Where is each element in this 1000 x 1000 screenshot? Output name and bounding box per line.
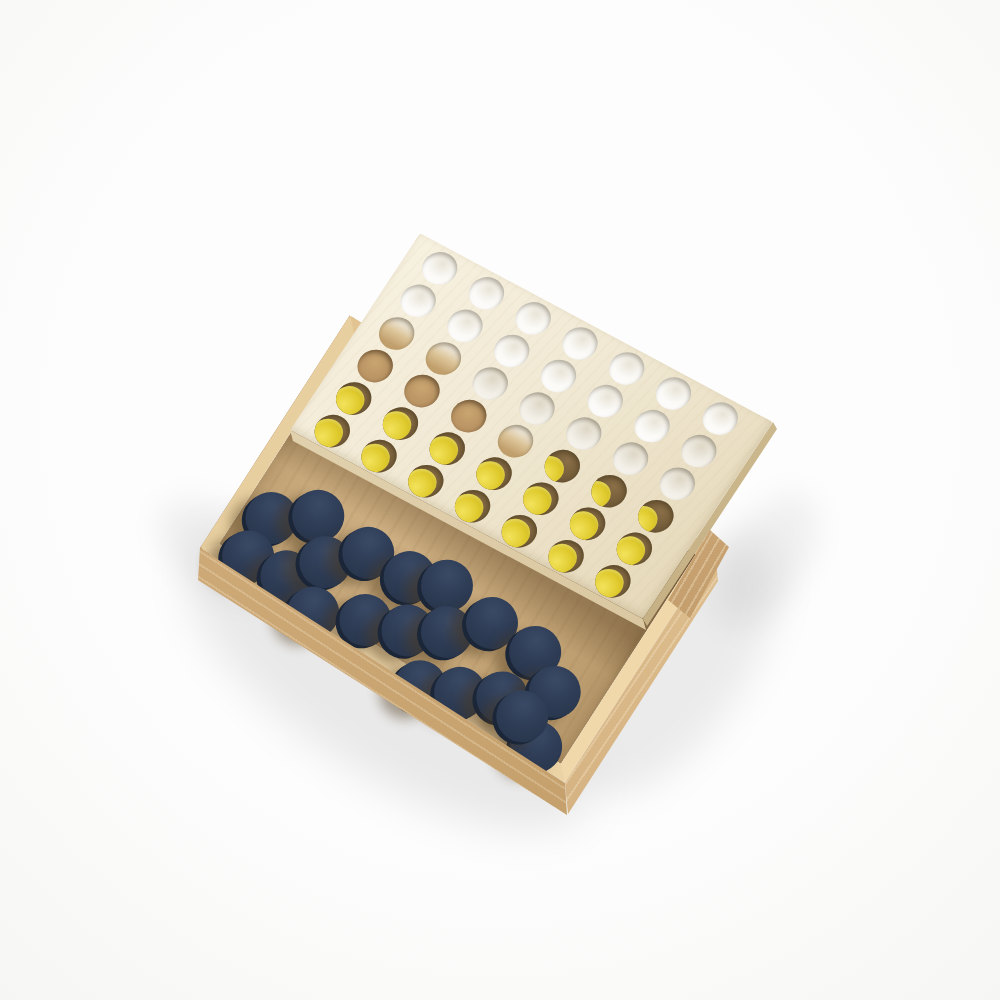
product-photo-connect-four bbox=[0, 0, 1000, 1000]
